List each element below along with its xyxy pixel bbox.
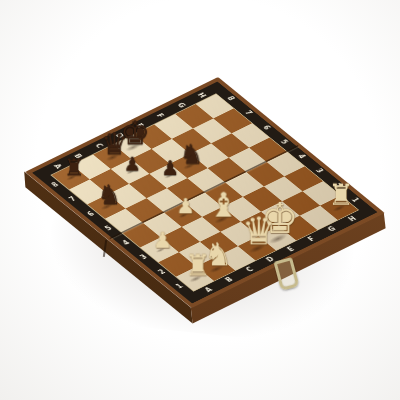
black-knight-a6[interactable]: ♞ xyxy=(81,142,137,208)
piece-glyph: ♜ xyxy=(170,252,226,281)
white-rook-a1[interactable]: ♜ xyxy=(170,215,226,281)
scene: ABCDEFGH ABCDEFGH 87654321 87654321 ♜♛♚♟… xyxy=(0,0,400,400)
clasp-hole xyxy=(277,261,296,288)
chess-board: ABCDEFGH ABCDEFGH 87654321 87654321 ♜♛♚♟… xyxy=(25,77,385,308)
piece-glyph: ♜ xyxy=(313,181,369,210)
board-rotator: ABCDEFGH ABCDEFGH 87654321 87654321 ♜♛♚♟… xyxy=(0,0,400,400)
piece-glyph: ♞ xyxy=(81,181,137,208)
product-photo-stage: ABCDEFGH ABCDEFGH 87654321 87654321 ♜♛♚♟… xyxy=(0,0,400,400)
white-rook-h1[interactable]: ♜ xyxy=(313,144,369,210)
